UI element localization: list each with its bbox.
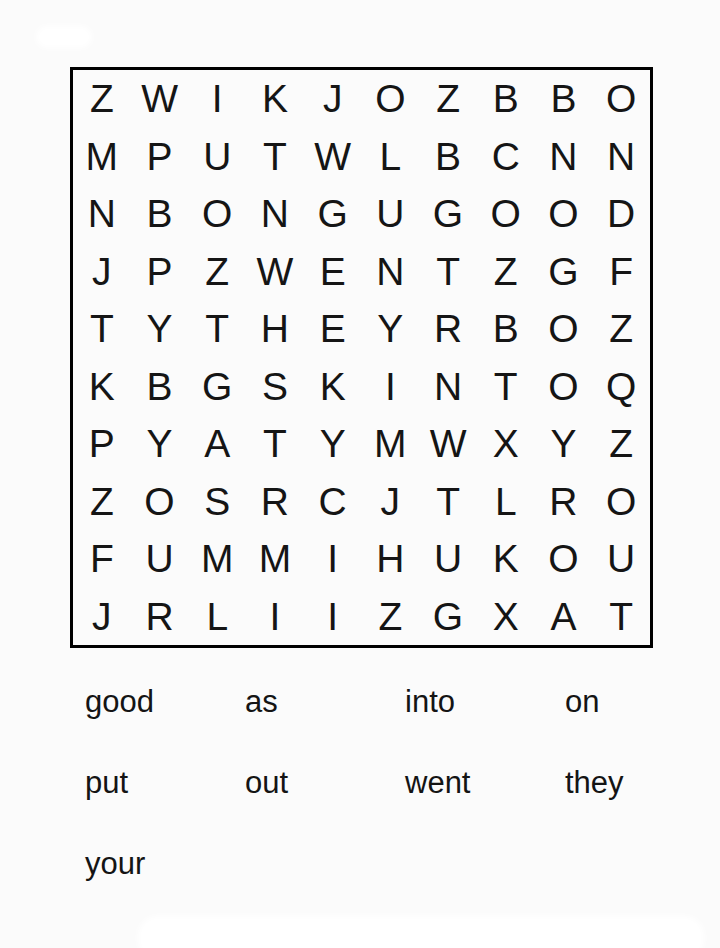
- grid-cell[interactable]: T: [246, 415, 304, 473]
- grid-cell[interactable]: B: [535, 70, 593, 128]
- grid-cell[interactable]: J: [73, 243, 131, 301]
- grid-cell[interactable]: T: [188, 300, 246, 358]
- grid-cell[interactable]: U: [419, 530, 477, 588]
- grid-cell[interactable]: B: [131, 185, 189, 243]
- grid-cell[interactable]: Q: [592, 358, 650, 416]
- grid-cell[interactable]: M: [246, 530, 304, 588]
- grid-cell[interactable]: Y: [535, 415, 593, 473]
- grid-cell[interactable]: Z: [73, 70, 131, 128]
- grid-cell[interactable]: U: [188, 128, 246, 186]
- grid-cell[interactable]: U: [592, 530, 650, 588]
- grid-cell[interactable]: O: [477, 185, 535, 243]
- grid-cell[interactable]: Z: [362, 588, 420, 646]
- watermark-smudge-top: [36, 26, 92, 48]
- grid-cell[interactable]: K: [477, 530, 535, 588]
- grid-cell[interactable]: R: [535, 473, 593, 531]
- grid-cell[interactable]: Y: [304, 415, 362, 473]
- grid-cell[interactable]: Z: [592, 415, 650, 473]
- grid-cell[interactable]: G: [535, 243, 593, 301]
- word-list-row: putoutwentthey: [85, 764, 720, 845]
- grid-cell[interactable]: N: [535, 128, 593, 186]
- grid-cell[interactable]: X: [477, 588, 535, 646]
- grid-cell[interactable]: B: [477, 300, 535, 358]
- grid-cell[interactable]: Y: [131, 300, 189, 358]
- grid-cell[interactable]: G: [304, 185, 362, 243]
- grid-cell[interactable]: N: [362, 243, 420, 301]
- grid-cell[interactable]: I: [304, 530, 362, 588]
- grid-cell[interactable]: E: [304, 300, 362, 358]
- grid-cell[interactable]: W: [304, 128, 362, 186]
- grid-cell[interactable]: R: [246, 473, 304, 531]
- grid-cell[interactable]: J: [73, 588, 131, 646]
- grid-cell[interactable]: C: [304, 473, 362, 531]
- grid-cell[interactable]: G: [419, 588, 477, 646]
- grid-cell[interactable]: O: [131, 473, 189, 531]
- grid-cell[interactable]: C: [477, 128, 535, 186]
- grid-cell[interactable]: T: [477, 358, 535, 416]
- grid-cell[interactable]: W: [131, 70, 189, 128]
- grid-cell[interactable]: J: [362, 473, 420, 531]
- grid-cell[interactable]: Z: [592, 300, 650, 358]
- grid-cell[interactable]: H: [246, 300, 304, 358]
- word-list-row: goodasintoon: [85, 683, 720, 764]
- grid-cell[interactable]: R: [419, 300, 477, 358]
- grid-cell[interactable]: K: [246, 70, 304, 128]
- grid-cell[interactable]: O: [535, 358, 593, 416]
- watermark-smudge-bottom: [138, 916, 704, 948]
- word-list: goodasintoon putoutwentthey your: [85, 683, 720, 926]
- grid-cell[interactable]: W: [419, 415, 477, 473]
- grid-cell[interactable]: A: [188, 415, 246, 473]
- grid-cell[interactable]: I: [188, 70, 246, 128]
- grid-cell[interactable]: B: [131, 358, 189, 416]
- grid-cell[interactable]: F: [592, 243, 650, 301]
- grid-cell[interactable]: Z: [419, 70, 477, 128]
- grid-cell[interactable]: L: [362, 128, 420, 186]
- grid-cell[interactable]: A: [535, 588, 593, 646]
- grid-cell[interactable]: N: [592, 128, 650, 186]
- grid-cell[interactable]: N: [73, 185, 131, 243]
- grid-cell[interactable]: Z: [477, 243, 535, 301]
- grid-cell[interactable]: I: [304, 588, 362, 646]
- word-item: went: [405, 764, 565, 802]
- grid-cell[interactable]: R: [131, 588, 189, 646]
- grid-cell[interactable]: K: [304, 358, 362, 416]
- word-item: they: [565, 764, 720, 802]
- grid-cell[interactable]: O: [535, 185, 593, 243]
- grid-cell[interactable]: M: [73, 128, 131, 186]
- grid-cell[interactable]: F: [73, 530, 131, 588]
- grid-cell[interactable]: X: [477, 415, 535, 473]
- grid-cell[interactable]: J: [304, 70, 362, 128]
- word-item: on: [565, 683, 720, 721]
- grid-cell[interactable]: W: [246, 243, 304, 301]
- grid-cell[interactable]: O: [535, 530, 593, 588]
- grid-cell[interactable]: Y: [131, 415, 189, 473]
- grid-cell[interactable]: O: [592, 70, 650, 128]
- word-search-grid: ZWIKJOZBBOMPUTWLBCNNNBONGUGOODJPZWENTZGF…: [70, 67, 653, 648]
- grid-cell[interactable]: H: [362, 530, 420, 588]
- grid-cell[interactable]: T: [246, 128, 304, 186]
- grid-cell[interactable]: K: [73, 358, 131, 416]
- grid-cell[interactable]: L: [188, 588, 246, 646]
- grid-cell[interactable]: T: [419, 243, 477, 301]
- grid-cell[interactable]: U: [362, 185, 420, 243]
- grid-cell[interactable]: B: [419, 128, 477, 186]
- grid-cell[interactable]: L: [477, 473, 535, 531]
- grid-cell[interactable]: S: [246, 358, 304, 416]
- word-item: put: [85, 764, 245, 802]
- word-item: good: [85, 683, 245, 721]
- grid-cell[interactable]: B: [477, 70, 535, 128]
- grid-cell[interactable]: M: [362, 415, 420, 473]
- grid-cell[interactable]: E: [304, 243, 362, 301]
- grid-cell[interactable]: G: [419, 185, 477, 243]
- grid-cell[interactable]: Y: [362, 300, 420, 358]
- grid-cell[interactable]: I: [246, 588, 304, 646]
- grid-cell[interactable]: Z: [188, 243, 246, 301]
- word-list-row: your: [85, 845, 720, 926]
- grid-cell[interactable]: I: [362, 358, 420, 416]
- grid-cell[interactable]: O: [592, 473, 650, 531]
- grid-cell[interactable]: Z: [73, 473, 131, 531]
- grid-cell[interactable]: G: [188, 358, 246, 416]
- grid-cell[interactable]: P: [73, 415, 131, 473]
- grid-cell[interactable]: P: [131, 128, 189, 186]
- word-item: as: [245, 683, 405, 721]
- word-item: out: [245, 764, 405, 802]
- word-item: your: [85, 845, 245, 883]
- grid-cell[interactable]: M: [188, 530, 246, 588]
- grid-cell[interactable]: N: [246, 185, 304, 243]
- grid-cell[interactable]: N: [419, 358, 477, 416]
- grid-cell[interactable]: D: [592, 185, 650, 243]
- grid-cell[interactable]: T: [419, 473, 477, 531]
- grid-cell[interactable]: O: [535, 300, 593, 358]
- grid-cell[interactable]: U: [131, 530, 189, 588]
- word-item: into: [405, 683, 565, 721]
- grid-cell[interactable]: T: [73, 300, 131, 358]
- grid-cell[interactable]: S: [188, 473, 246, 531]
- grid-cell[interactable]: O: [362, 70, 420, 128]
- grid-cell[interactable]: T: [592, 588, 650, 646]
- grid-cell[interactable]: O: [188, 185, 246, 243]
- grid-cell[interactable]: P: [131, 243, 189, 301]
